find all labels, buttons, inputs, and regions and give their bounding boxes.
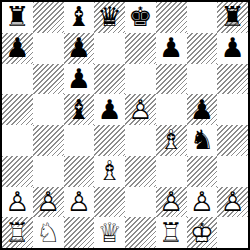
square-b7[interactable] <box>33 33 64 64</box>
white-pawn[interactable]: ♟♙ <box>156 187 187 218</box>
square-f7[interactable]: ♟ <box>156 33 187 64</box>
square-f2[interactable]: ♟♙ <box>156 187 187 218</box>
square-f6[interactable] <box>156 64 187 95</box>
square-a6[interactable] <box>2 64 33 95</box>
square-e8[interactable]: ♚ <box>125 2 156 33</box>
square-b2[interactable]: ♟♙ <box>33 187 64 218</box>
black-queen[interactable]: ♛ <box>94 2 125 33</box>
square-d4[interactable] <box>94 125 125 156</box>
square-e5[interactable]: ♟♙ <box>125 94 156 125</box>
square-b3[interactable] <box>33 156 64 187</box>
white-pawn-outline: ♙ <box>125 96 156 123</box>
square-g8[interactable] <box>187 2 218 33</box>
black-knight-glyph: ♞ <box>187 126 218 153</box>
square-d5[interactable]: ♟ <box>94 94 125 125</box>
square-h4[interactable] <box>217 125 248 156</box>
square-a2[interactable]: ♟♙ <box>2 187 33 218</box>
black-knight[interactable]: ♞ <box>187 125 218 156</box>
black-rook[interactable]: ♜ <box>217 2 248 33</box>
square-c2[interactable]: ♟♙ <box>64 187 95 218</box>
white-pawn-outline: ♙ <box>64 188 95 215</box>
square-d1[interactable]: ♛♕ <box>94 217 125 248</box>
square-e2[interactable] <box>125 187 156 218</box>
square-c8[interactable]: ♝ <box>64 2 95 33</box>
black-pawn-glyph: ♟ <box>94 96 125 123</box>
square-a1[interactable]: ♜♖ <box>2 217 33 248</box>
black-rook-glyph: ♜ <box>217 3 248 30</box>
square-g2[interactable]: ♟♙ <box>187 187 218 218</box>
white-rook[interactable]: ♜♖ <box>2 217 33 248</box>
square-c7[interactable]: ♟ <box>64 33 95 64</box>
black-pawn-glyph: ♟ <box>64 65 95 92</box>
square-g4[interactable]: ♞ <box>187 125 218 156</box>
square-c5[interactable]: ♝ <box>64 94 95 125</box>
square-a5[interactable] <box>2 94 33 125</box>
square-g6[interactable] <box>187 64 218 95</box>
square-b8[interactable] <box>33 2 64 33</box>
black-pawn[interactable]: ♟ <box>187 94 218 125</box>
square-h8[interactable]: ♜ <box>217 2 248 33</box>
chess-diagram: ♜♝♛♚♜♟♟♟♟♟♝♟♟♙♟♝♗♞♝♗♟♙♟♙♟♙♟♙♟♙♟♙♜♖♞♘♛♕♜♖… <box>0 0 250 250</box>
square-f3[interactable] <box>156 156 187 187</box>
black-pawn-glyph: ♟ <box>156 34 187 61</box>
square-c1[interactable] <box>64 217 95 248</box>
black-bishop-glyph: ♝ <box>64 3 95 30</box>
square-a3[interactable] <box>2 156 33 187</box>
square-h3[interactable] <box>217 156 248 187</box>
square-b4[interactable] <box>33 125 64 156</box>
square-b1[interactable]: ♞♘ <box>33 217 64 248</box>
white-rook-outline: ♖ <box>156 219 187 246</box>
square-c6[interactable]: ♟ <box>64 64 95 95</box>
white-pawn-outline: ♙ <box>2 188 33 215</box>
black-pawn[interactable]: ♟ <box>156 33 187 64</box>
white-king[interactable]: ♚♔ <box>187 217 218 248</box>
square-f4[interactable]: ♝♗ <box>156 125 187 156</box>
square-d8[interactable]: ♛ <box>94 2 125 33</box>
white-pawn[interactable]: ♟♙ <box>217 187 248 218</box>
white-pawn[interactable]: ♟♙ <box>187 187 218 218</box>
chess-board: ♜♝♛♚♜♟♟♟♟♟♝♟♟♙♟♝♗♞♝♗♟♙♟♙♟♙♟♙♟♙♟♙♜♖♞♘♛♕♜♖… <box>0 0 250 250</box>
black-pawn[interactable]: ♟ <box>64 33 95 64</box>
white-bishop[interactable]: ♝♗ <box>156 125 187 156</box>
white-king-outline: ♔ <box>187 219 218 246</box>
square-b6[interactable] <box>33 64 64 95</box>
white-pawn-outline: ♙ <box>217 188 248 215</box>
white-rook-outline: ♖ <box>2 219 33 246</box>
black-pawn-glyph: ♟ <box>2 34 33 61</box>
white-pawn-outline: ♙ <box>156 188 187 215</box>
white-pawn-outline: ♙ <box>187 188 218 215</box>
white-pawn[interactable]: ♟♙ <box>33 187 64 218</box>
square-e3[interactable] <box>125 156 156 187</box>
black-pawn[interactable]: ♟ <box>64 64 95 95</box>
white-pawn[interactable]: ♟♙ <box>64 187 95 218</box>
square-g5[interactable]: ♟ <box>187 94 218 125</box>
white-knight[interactable]: ♞♘ <box>33 217 64 248</box>
black-king[interactable]: ♚ <box>125 2 156 33</box>
square-d3[interactable]: ♝♗ <box>94 156 125 187</box>
white-queen-outline: ♕ <box>94 219 125 246</box>
square-a8[interactable]: ♜ <box>2 2 33 33</box>
square-e6[interactable] <box>125 64 156 95</box>
white-pawn[interactable]: ♟♙ <box>2 187 33 218</box>
black-rook-glyph: ♜ <box>2 3 33 30</box>
white-bishop-outline: ♗ <box>156 126 187 153</box>
square-d2[interactable] <box>94 187 125 218</box>
white-knight-outline: ♘ <box>33 219 64 246</box>
black-pawn[interactable]: ♟ <box>217 33 248 64</box>
black-pawn-glyph: ♟ <box>64 34 95 61</box>
square-a4[interactable] <box>2 125 33 156</box>
black-queen-glyph: ♛ <box>94 3 125 30</box>
square-g3[interactable] <box>187 156 218 187</box>
square-c3[interactable] <box>64 156 95 187</box>
black-bishop[interactable]: ♝ <box>64 94 95 125</box>
square-h7[interactable]: ♟ <box>217 33 248 64</box>
square-h6[interactable] <box>217 64 248 95</box>
white-rook[interactable]: ♜♖ <box>156 217 187 248</box>
white-pawn-outline: ♙ <box>33 188 64 215</box>
square-f1[interactable]: ♜♖ <box>156 217 187 248</box>
white-bishop-outline: ♗ <box>94 157 125 184</box>
black-pawn-glyph: ♟ <box>217 34 248 61</box>
white-queen[interactable]: ♛♕ <box>94 217 125 248</box>
square-c4[interactable] <box>64 125 95 156</box>
black-pawn[interactable]: ♟ <box>94 94 125 125</box>
black-bishop-glyph: ♝ <box>64 96 95 123</box>
square-b5[interactable] <box>33 94 64 125</box>
black-bishop[interactable]: ♝ <box>64 2 95 33</box>
square-a7[interactable]: ♟ <box>2 33 33 64</box>
square-h2[interactable]: ♟♙ <box>217 187 248 218</box>
square-e7[interactable] <box>125 33 156 64</box>
black-rook[interactable]: ♜ <box>2 2 33 33</box>
square-e4[interactable] <box>125 125 156 156</box>
white-pawn[interactable]: ♟♙ <box>125 94 156 125</box>
white-bishop[interactable]: ♝♗ <box>94 156 125 187</box>
black-king-glyph: ♚ <box>125 3 156 30</box>
square-f5[interactable] <box>156 94 187 125</box>
black-pawn-glyph: ♟ <box>187 96 218 123</box>
square-g1[interactable]: ♚♔ <box>187 217 218 248</box>
square-e1[interactable] <box>125 217 156 248</box>
black-pawn[interactable]: ♟ <box>2 33 33 64</box>
square-f8[interactable] <box>156 2 187 33</box>
square-h1[interactable] <box>217 217 248 248</box>
square-d7[interactable] <box>94 33 125 64</box>
square-g7[interactable] <box>187 33 218 64</box>
square-h5[interactable] <box>217 94 248 125</box>
square-d6[interactable] <box>94 64 125 95</box>
